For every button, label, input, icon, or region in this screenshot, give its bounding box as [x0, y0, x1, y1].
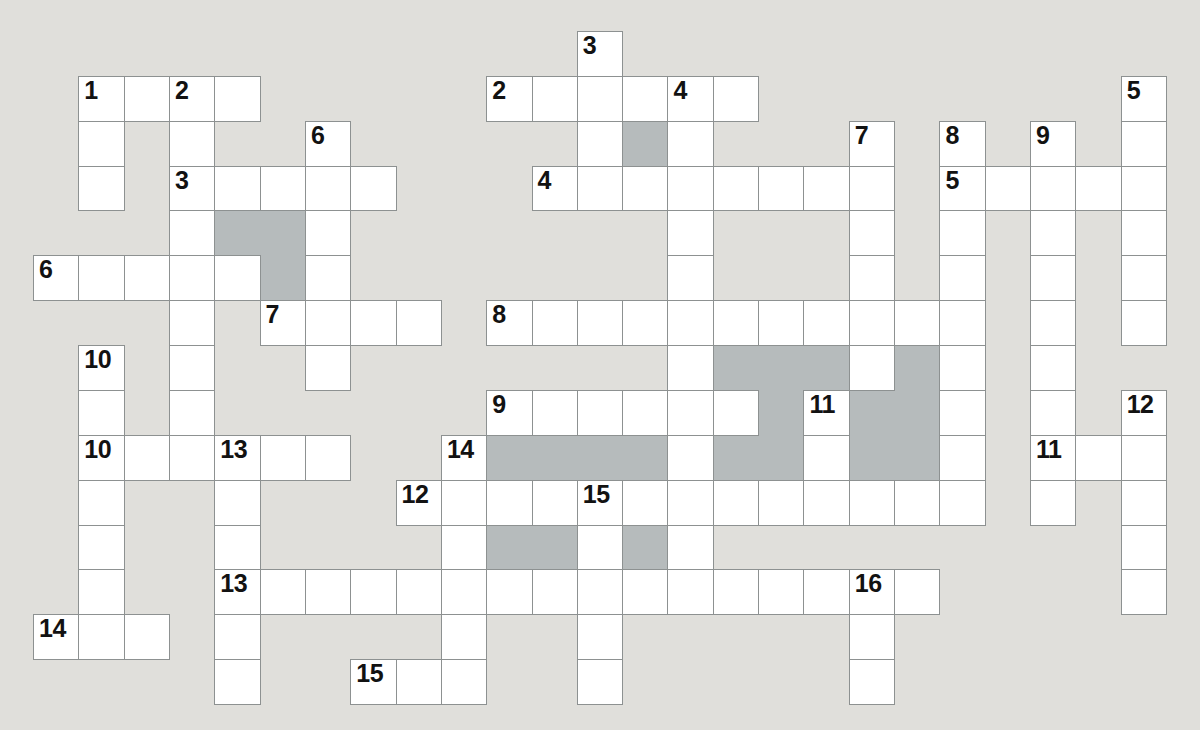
grid-cell-r6c19[interactable] [894, 300, 940, 346]
grid-cell-r11c13[interactable] [622, 525, 668, 571]
clue-number: 6 [311, 123, 324, 148]
clue-number: 5 [1127, 78, 1140, 103]
clue-number: 7 [266, 302, 279, 327]
grid-cell-r0c12[interactable]: 3 [577, 31, 623, 77]
grid-cell-r13c9[interactable] [441, 614, 487, 660]
grid-cell-r6c8[interactable] [396, 300, 442, 346]
grid-cell-r12c9[interactable] [441, 569, 487, 615]
grid-cell-r7c1[interactable]: 10 [78, 345, 124, 391]
grid-cell-r9c19[interactable] [894, 435, 940, 481]
grid-cell-r10c19[interactable] [894, 480, 940, 526]
grid-cell-r3c6[interactable] [305, 166, 351, 212]
grid-cell-r13c12[interactable] [577, 614, 623, 660]
grid-cell-r5c1[interactable] [78, 255, 124, 301]
grid-cell-r11c10[interactable] [486, 525, 532, 571]
grid-cell-r4c5[interactable] [260, 210, 306, 256]
grid-cell-r6c18[interactable] [849, 300, 895, 346]
clue-number: 3 [583, 33, 596, 58]
grid-cell-r6c14[interactable] [667, 300, 713, 346]
grid-cell-r1c10[interactable]: 2 [486, 76, 532, 122]
grid-cell-r1c12[interactable] [577, 76, 623, 122]
grid-cell-r12c14[interactable] [667, 569, 713, 615]
clue-number: 14 [447, 437, 474, 462]
grid-cell-r10c22[interactable] [1030, 480, 1076, 526]
clue-number: 5 [945, 168, 958, 193]
grid-cell-r3c7[interactable] [350, 166, 396, 212]
clue-number: 8 [945, 123, 958, 148]
grid-cell-r9c22[interactable]: 11 [1030, 435, 1076, 481]
clue-number: 12 [1127, 392, 1154, 417]
grid-cell-r9c12[interactable] [577, 435, 623, 481]
grid-cell-r4c18[interactable] [849, 210, 895, 256]
grid-cell-r6c12[interactable] [577, 300, 623, 346]
grid-cell-r10c15[interactable] [713, 480, 759, 526]
grid-cell-r8c18[interactable] [849, 390, 895, 436]
grid-cell-r11c12[interactable] [577, 525, 623, 571]
grid-cell-r10c20[interactable] [939, 480, 985, 526]
grid-cell-r2c18[interactable]: 7 [849, 121, 895, 167]
grid-cell-r1c3[interactable]: 2 [169, 76, 215, 122]
grid-cell-r4c22[interactable] [1030, 210, 1076, 256]
grid-cell-r9c24[interactable] [1121, 435, 1167, 481]
grid-cell-r6c17[interactable] [803, 300, 849, 346]
grid-cell-r7c18[interactable] [849, 345, 895, 391]
grid-cell-r13c4[interactable] [214, 614, 260, 660]
grid-cell-r9c4[interactable]: 13 [214, 435, 260, 481]
grid-cell-r8c24[interactable]: 12 [1121, 390, 1167, 436]
grid-cell-r7c15[interactable] [713, 345, 759, 391]
grid-cell-r5c5[interactable] [260, 255, 306, 301]
grid-cell-r1c2[interactable] [124, 76, 170, 122]
grid-cell-r10c18[interactable] [849, 480, 895, 526]
clue-number: 1 [84, 78, 97, 103]
clue-number: 6 [39, 257, 52, 282]
clue-number: 7 [855, 123, 868, 148]
grid-cell-r3c24[interactable] [1121, 166, 1167, 212]
grid-cell-r12c8[interactable] [396, 569, 442, 615]
grid-cell-r3c20[interactable]: 5 [939, 166, 985, 212]
grid-cell-r8c15[interactable] [713, 390, 759, 436]
grid-cell-r9c1[interactable]: 10 [78, 435, 124, 481]
grid-cell-r6c24[interactable] [1121, 300, 1167, 346]
grid-cell-r13c2[interactable] [124, 614, 170, 660]
grid-cell-r3c14[interactable] [667, 166, 713, 212]
grid-cell-r9c11[interactable] [532, 435, 578, 481]
grid-cell-r3c16[interactable] [758, 166, 804, 212]
grid-cell-r8c10[interactable]: 9 [486, 390, 532, 436]
grid-cell-r6c16[interactable] [758, 300, 804, 346]
grid-cell-r4c4[interactable] [214, 210, 260, 256]
grid-cell-r3c23[interactable] [1075, 166, 1121, 212]
grid-cell-r12c15[interactable] [713, 569, 759, 615]
grid-cell-r9c16[interactable] [758, 435, 804, 481]
grid-cell-r2c1[interactable] [78, 121, 124, 167]
grid-cell-r3c21[interactable] [985, 166, 1031, 212]
grid-cell-r3c22[interactable] [1030, 166, 1076, 212]
grid-cell-r6c22[interactable] [1030, 300, 1076, 346]
grid-cell-r3c3[interactable]: 3 [169, 166, 215, 212]
grid-cell-r7c14[interactable] [667, 345, 713, 391]
clue-number: 3 [175, 168, 188, 193]
grid-cell-r12c11[interactable] [532, 569, 578, 615]
grid-cell-r5c20[interactable] [939, 255, 985, 301]
grid-cell-r8c16[interactable] [758, 390, 804, 436]
grid-cell-r10c10[interactable] [486, 480, 532, 526]
grid-cell-r10c17[interactable] [803, 480, 849, 526]
grid-cell-r9c6[interactable] [305, 435, 351, 481]
grid-cell-r4c6[interactable] [305, 210, 351, 256]
grid-cell-r10c4[interactable] [214, 480, 260, 526]
grid-cell-r12c7[interactable] [350, 569, 396, 615]
grid-cell-r10c14[interactable] [667, 480, 713, 526]
clue-number: 16 [855, 571, 882, 596]
grid-cell-r11c9[interactable] [441, 525, 487, 571]
grid-cell-r14c4[interactable] [214, 659, 260, 705]
grid-cell-r10c9[interactable] [441, 480, 487, 526]
grid-cell-r2c3[interactable] [169, 121, 215, 167]
grid-cell-r3c4[interactable] [214, 166, 260, 212]
grid-cell-r6c13[interactable] [622, 300, 668, 346]
grid-cell-r12c17[interactable] [803, 569, 849, 615]
clue-number: 12 [402, 482, 429, 507]
grid-cell-r5c0[interactable]: 6 [33, 255, 79, 301]
grid-cell-r1c24[interactable]: 5 [1121, 76, 1167, 122]
clue-number: 2 [492, 78, 505, 103]
grid-cell-r1c14[interactable]: 4 [667, 76, 713, 122]
grid-cell-r4c20[interactable] [939, 210, 985, 256]
grid-cell-r5c18[interactable] [849, 255, 895, 301]
grid-cell-r4c14[interactable] [667, 210, 713, 256]
grid-cell-r7c17[interactable] [803, 345, 849, 391]
grid-cell-r14c7[interactable]: 15 [350, 659, 396, 705]
grid-cell-r9c20[interactable] [939, 435, 985, 481]
grid-cell-r3c18[interactable] [849, 166, 895, 212]
grid-cell-r6c6[interactable] [305, 300, 351, 346]
grid-cell-r12c6[interactable] [305, 569, 351, 615]
clue-number: 11 [1036, 437, 1061, 462]
grid-cell-r9c5[interactable] [260, 435, 306, 481]
clue-number: 15 [356, 661, 383, 686]
grid-cell-r10c8[interactable]: 12 [396, 480, 442, 526]
grid-cell-r2c13[interactable] [622, 121, 668, 167]
grid-cell-r7c22[interactable] [1030, 345, 1076, 391]
crossword-board: 3122456789345678109111210131411121513161… [0, 0, 1200, 730]
grid-cell-r11c4[interactable] [214, 525, 260, 571]
clue-number: 4 [538, 168, 551, 193]
grid-cell-r2c12[interactable] [577, 121, 623, 167]
grid-cell-r3c13[interactable] [622, 166, 668, 212]
grid-cell-r12c19[interactable] [894, 569, 940, 615]
clue-number: 2 [175, 78, 188, 103]
grid-cell-r7c16[interactable] [758, 345, 804, 391]
grid-cell-r2c24[interactable] [1121, 121, 1167, 167]
grid-cell-r14c12[interactable] [577, 659, 623, 705]
grid-cell-r12c4[interactable]: 13 [214, 569, 260, 615]
grid-cell-r13c18[interactable] [849, 614, 895, 660]
grid-cell-r1c13[interactable] [622, 76, 668, 122]
grid-cell-r6c10[interactable]: 8 [486, 300, 532, 346]
grid-cell-r5c4[interactable] [214, 255, 260, 301]
grid-cell-r8c22[interactable] [1030, 390, 1076, 436]
grid-cell-r5c24[interactable] [1121, 255, 1167, 301]
grid-cell-r14c18[interactable] [849, 659, 895, 705]
grid-cell-r1c11[interactable] [532, 76, 578, 122]
grid-cell-r12c24[interactable] [1121, 569, 1167, 615]
grid-cell-r7c6[interactable] [305, 345, 351, 391]
grid-cell-r12c5[interactable] [260, 569, 306, 615]
grid-cell-r9c15[interactable] [713, 435, 759, 481]
grid-cell-r12c18[interactable]: 16 [849, 569, 895, 615]
grid-cell-r5c3[interactable] [169, 255, 215, 301]
grid-cell-r8c19[interactable] [894, 390, 940, 436]
grid-cell-r9c3[interactable] [169, 435, 215, 481]
clue-number: 15 [583, 482, 610, 507]
grid-cell-r9c18[interactable] [849, 435, 895, 481]
grid-cell-r9c9[interactable]: 14 [441, 435, 487, 481]
grid-cell-r3c17[interactable] [803, 166, 849, 212]
grid-cell-r1c15[interactable] [713, 76, 759, 122]
grid-cell-r9c10[interactable] [486, 435, 532, 481]
grid-cell-r3c11[interactable]: 4 [532, 166, 578, 212]
grid-cell-r10c13[interactable] [622, 480, 668, 526]
grid-cell-r12c13[interactable] [622, 569, 668, 615]
grid-cell-r9c2[interactable] [124, 435, 170, 481]
clue-number: 14 [39, 616, 66, 641]
grid-cell-r6c7[interactable] [350, 300, 396, 346]
grid-cell-r8c14[interactable] [667, 390, 713, 436]
grid-cell-r5c14[interactable] [667, 255, 713, 301]
grid-cell-r12c16[interactable] [758, 569, 804, 615]
grid-cell-r10c24[interactable] [1121, 480, 1167, 526]
grid-cell-r6c5[interactable]: 7 [260, 300, 306, 346]
grid-cell-r14c8[interactable] [396, 659, 442, 705]
grid-cell-r9c13[interactable] [622, 435, 668, 481]
grid-cell-r8c12[interactable] [577, 390, 623, 436]
grid-cell-r11c24[interactable] [1121, 525, 1167, 571]
grid-cell-r1c1[interactable]: 1 [78, 76, 124, 122]
clue-number: 9 [492, 392, 505, 417]
grid-cell-r9c23[interactable] [1075, 435, 1121, 481]
clue-number: 10 [84, 347, 111, 372]
grid-cell-r10c1[interactable] [78, 480, 124, 526]
grid-cell-r1c4[interactable] [214, 76, 260, 122]
grid-cell-r9c17[interactable] [803, 435, 849, 481]
grid-cell-r11c11[interactable] [532, 525, 578, 571]
grid-cell-r3c1[interactable] [78, 166, 124, 212]
grid-cell-r11c14[interactable] [667, 525, 713, 571]
grid-cell-r8c17[interactable]: 11 [803, 390, 849, 436]
grid-cell-r6c20[interactable] [939, 300, 985, 346]
grid-cell-r6c11[interactable] [532, 300, 578, 346]
grid-cell-r13c0[interactable]: 14 [33, 614, 79, 660]
grid-cell-r3c12[interactable] [577, 166, 623, 212]
clue-number: 10 [84, 437, 111, 462]
grid-cell-r8c20[interactable] [939, 390, 985, 436]
grid-cell-r4c24[interactable] [1121, 210, 1167, 256]
grid-cell-r5c2[interactable] [124, 255, 170, 301]
grid-cell-r7c19[interactable] [894, 345, 940, 391]
grid-cell-r5c22[interactable] [1030, 255, 1076, 301]
grid-cell-r7c20[interactable] [939, 345, 985, 391]
clue-number: 13 [220, 571, 247, 596]
grid-cell-r8c11[interactable] [532, 390, 578, 436]
grid-cell-r14c9[interactable] [441, 659, 487, 705]
grid-cell-r6c15[interactable] [713, 300, 759, 346]
grid-cell-r5c6[interactable] [305, 255, 351, 301]
grid-cell-r12c1[interactable] [78, 569, 124, 615]
clue-number: 8 [492, 302, 505, 327]
grid-cell-r6c3[interactable] [169, 300, 215, 346]
clue-number: 11 [809, 392, 834, 417]
clue-number: 13 [220, 437, 247, 462]
grid-cell-r10c11[interactable] [532, 480, 578, 526]
grid-cell-r8c13[interactable] [622, 390, 668, 436]
grid-cell-r2c14[interactable] [667, 121, 713, 167]
grid-cell-r12c10[interactable] [486, 569, 532, 615]
grid-cell-r3c5[interactable] [260, 166, 306, 212]
grid-cell-r10c12[interactable]: 15 [577, 480, 623, 526]
grid-cell-r4c3[interactable] [169, 210, 215, 256]
grid-cell-r12c12[interactable] [577, 569, 623, 615]
grid-cell-r10c16[interactable] [758, 480, 804, 526]
grid-cell-r3c15[interactable] [713, 166, 759, 212]
grid-cell-r11c1[interactable] [78, 525, 124, 571]
grid-cell-r2c6[interactable]: 6 [305, 121, 351, 167]
grid-cell-r7c3[interactable] [169, 345, 215, 391]
grid-cell-r13c1[interactable] [78, 614, 124, 660]
grid-cell-r9c14[interactable] [667, 435, 713, 481]
grid-cell-r8c1[interactable] [78, 390, 124, 436]
clue-number: 4 [673, 78, 686, 103]
clue-number: 9 [1036, 123, 1049, 148]
grid-cell-r8c3[interactable] [169, 390, 215, 436]
grid-cell-r2c20[interactable]: 8 [939, 121, 985, 167]
grid-cell-r2c22[interactable]: 9 [1030, 121, 1076, 167]
